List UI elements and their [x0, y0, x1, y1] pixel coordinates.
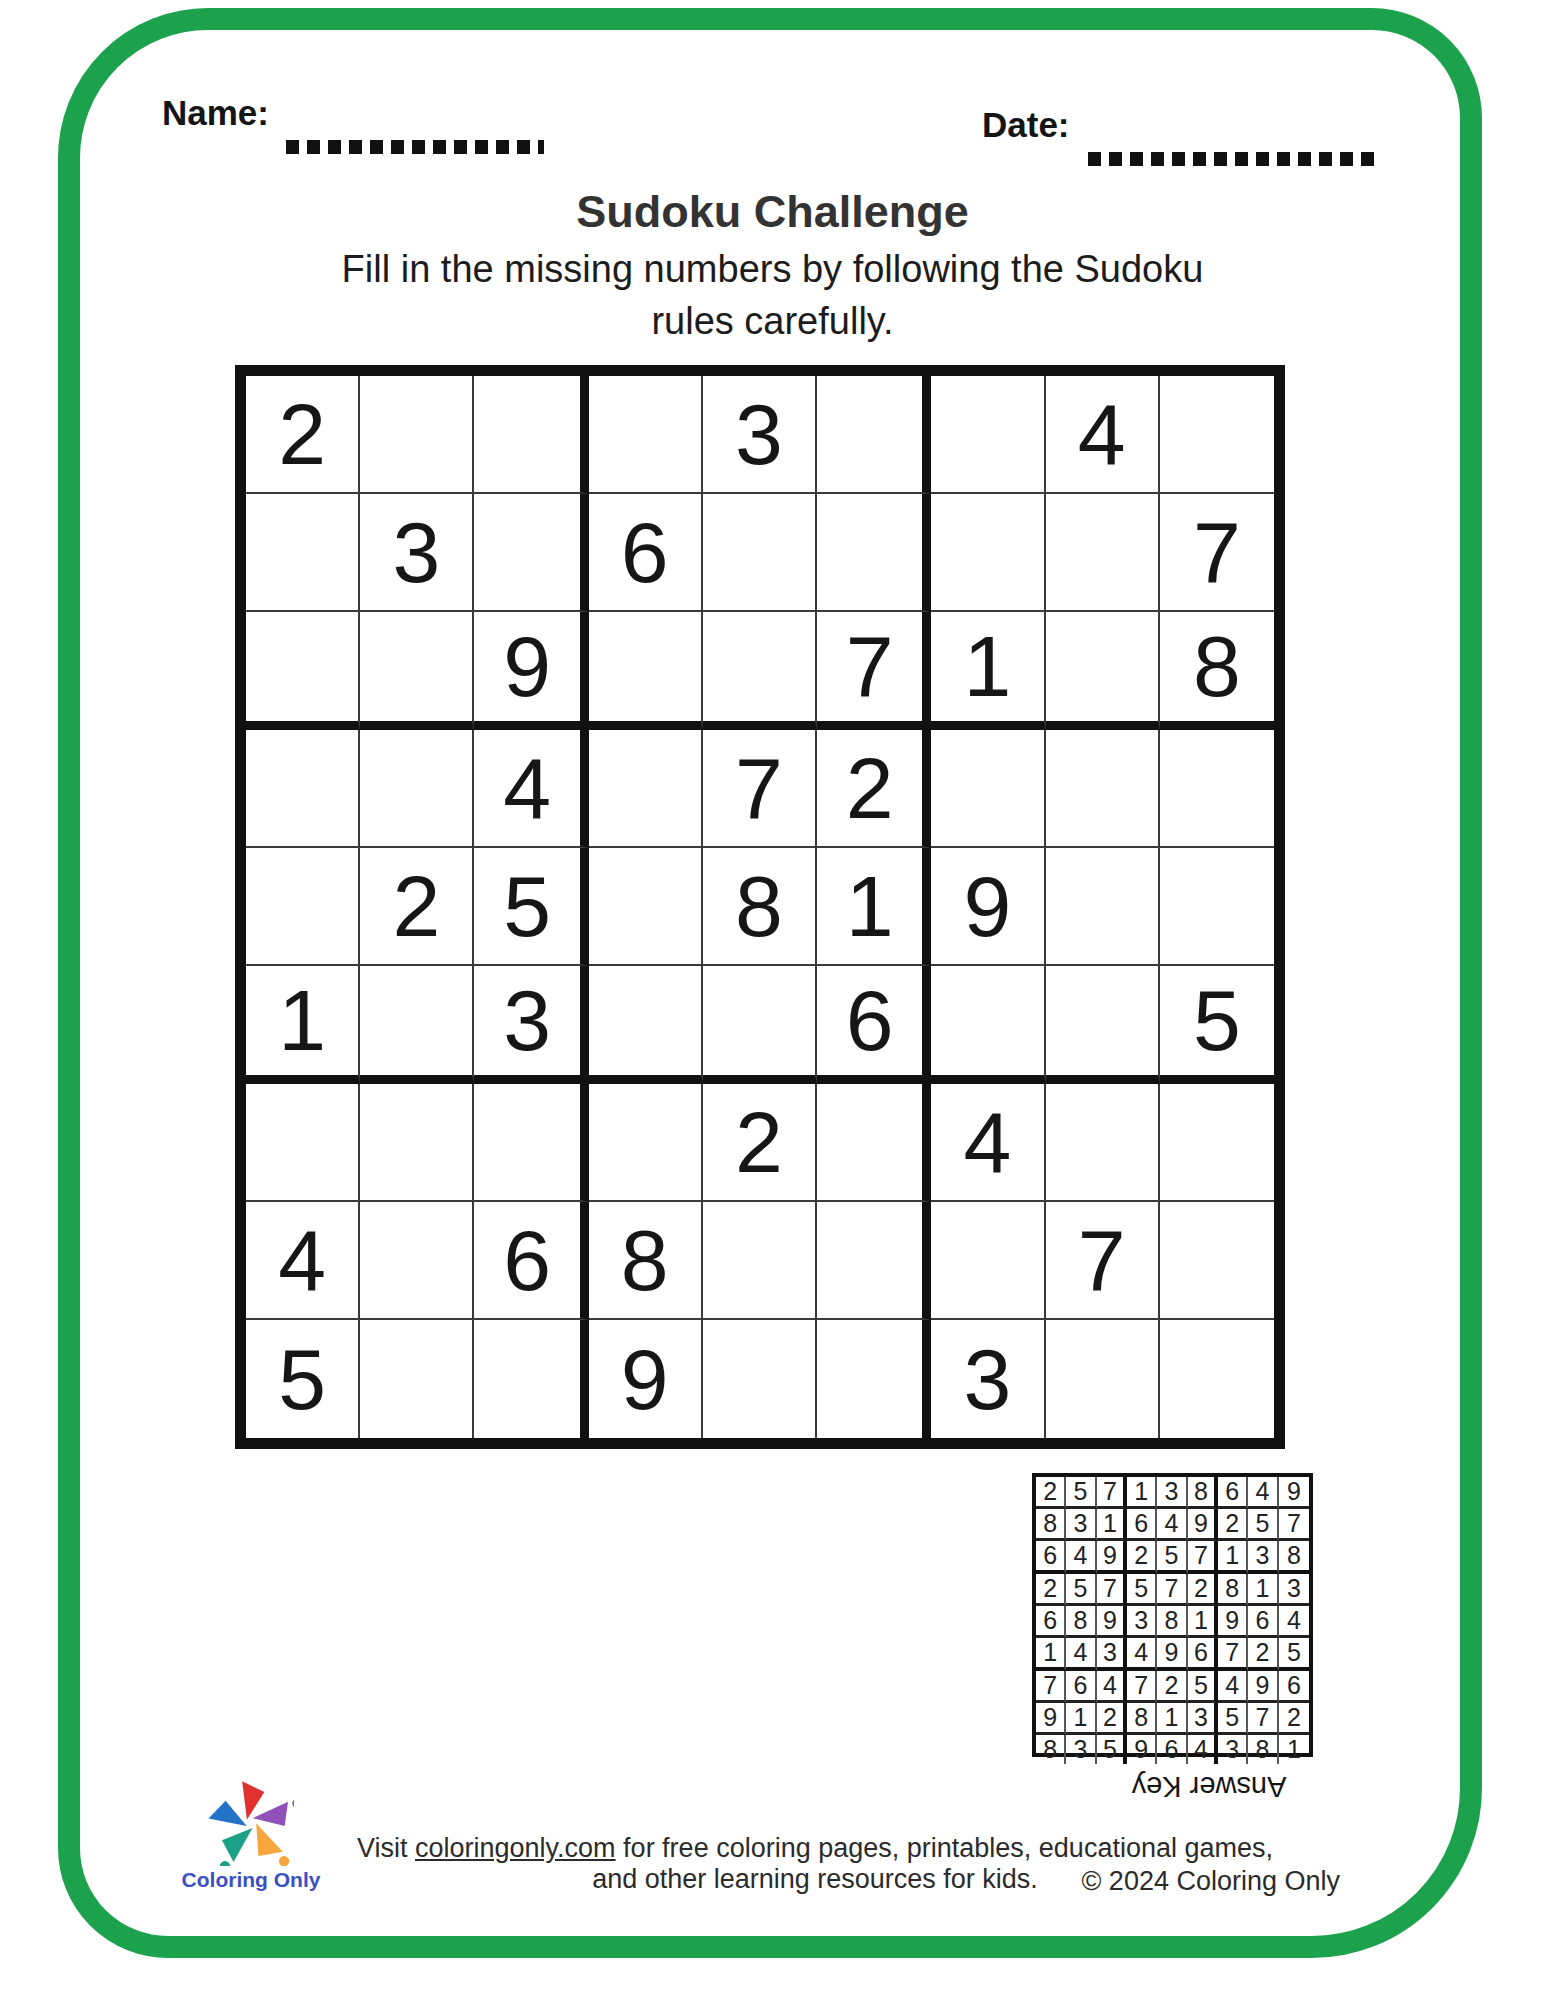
answer-cell-r9c5: 6: [1157, 1735, 1187, 1764]
puzzle-cell-r5c6: 1: [817, 848, 931, 966]
puzzle-cell-r2c5[interactable]: [703, 494, 817, 612]
puzzle-cell-r3c2[interactable]: [360, 612, 474, 730]
puzzle-cell-r3c8[interactable]: [1046, 612, 1160, 730]
answer-cell-r2c8: 5: [1248, 1509, 1278, 1541]
puzzle-cell-r7c6[interactable]: [817, 1084, 931, 1202]
answer-cell-r7c9: 6: [1279, 1671, 1309, 1703]
puzzle-cell-r4c4[interactable]: [589, 730, 703, 848]
puzzle-cell-r6c3: 3: [474, 966, 588, 1084]
puzzle-cell-r9c9[interactable]: [1160, 1320, 1274, 1438]
puzzle-cell-r6c5[interactable]: [703, 966, 817, 1084]
answer-cell-r6c1: 1: [1036, 1638, 1066, 1671]
puzzle-cell-r1c3[interactable]: [474, 376, 588, 494]
puzzle-cell-r8c8: 7: [1046, 1202, 1160, 1320]
puzzle-cell-r7c8[interactable]: [1046, 1084, 1160, 1202]
puzzle-cell-r4c3: 4: [474, 730, 588, 848]
answer-cell-r6c2: 4: [1066, 1638, 1096, 1671]
puzzle-cell-r5c1[interactable]: [246, 848, 360, 966]
puzzle-cell-r7c4[interactable]: [589, 1084, 703, 1202]
answer-cell-r3c6: 7: [1188, 1541, 1218, 1574]
puzzle-cell-r1c4[interactable]: [589, 376, 703, 494]
puzzle-cell-r2c4: 6: [589, 494, 703, 612]
puzzle-cell-r9c1: 5: [246, 1320, 360, 1438]
puzzle-cell-r4c7[interactable]: [931, 730, 1045, 848]
puzzle-cell-r2c1[interactable]: [246, 494, 360, 612]
puzzle-cell-r8c7[interactable]: [931, 1202, 1045, 1320]
answer-cell-r6c8: 2: [1248, 1638, 1278, 1671]
answer-cell-r2c3: 1: [1097, 1509, 1127, 1541]
answer-cell-r3c4: 2: [1127, 1541, 1157, 1574]
footer-copyright: © 2024 Coloring Only: [1000, 1866, 1340, 1897]
date-label: Date:: [982, 105, 1070, 145]
name-label: Name:: [162, 93, 269, 133]
puzzle-cell-r6c2[interactable]: [360, 966, 474, 1084]
answer-cell-r9c7: 3: [1218, 1735, 1248, 1764]
answer-cell-r6c9: 5: [1279, 1638, 1309, 1671]
coloringonly-link[interactable]: coloringonly.com: [415, 1833, 616, 1863]
coloring-only-logo-text: Coloring Only: [166, 1868, 336, 1892]
puzzle-cell-r7c7: 4: [931, 1084, 1045, 1202]
puzzle-cell-r4c8[interactable]: [1046, 730, 1160, 848]
answer-cell-r1c1: 2: [1036, 1477, 1066, 1509]
answer-cell-r5c3: 9: [1097, 1606, 1127, 1638]
answer-cell-r5c1: 6: [1036, 1606, 1066, 1638]
answer-cell-r4c8: 1: [1248, 1574, 1278, 1606]
puzzle-cell-r8c2[interactable]: [360, 1202, 474, 1320]
puzzle-cell-r9c3[interactable]: [474, 1320, 588, 1438]
answer-cell-r7c8: 9: [1248, 1671, 1278, 1703]
page-title: Sudoku Challenge: [0, 186, 1545, 238]
answer-cell-r7c7: 4: [1218, 1671, 1248, 1703]
answer-cell-r3c1: 6: [1036, 1541, 1066, 1574]
answer-cell-r4c7: 8: [1218, 1574, 1248, 1606]
puzzle-cell-r8c6[interactable]: [817, 1202, 931, 1320]
answer-cell-r5c4: 3: [1127, 1606, 1157, 1638]
answer-cell-r8c8: 7: [1248, 1703, 1278, 1735]
puzzle-cell-r1c6[interactable]: [817, 376, 931, 494]
answer-cell-r5c8: 6: [1248, 1606, 1278, 1638]
puzzle-cell-r2c7[interactable]: [931, 494, 1045, 612]
answer-cell-r7c2: 6: [1066, 1671, 1096, 1703]
answer-cell-r8c1: 9: [1036, 1703, 1066, 1735]
puzzle-cell-r4c2[interactable]: [360, 730, 474, 848]
puzzle-cell-r8c5[interactable]: [703, 1202, 817, 1320]
puzzle-cell-r8c9[interactable]: [1160, 1202, 1274, 1320]
answer-cell-r3c7: 1: [1218, 1541, 1248, 1574]
puzzle-cell-r7c5: 2: [703, 1084, 817, 1202]
answer-cell-r3c9: 8: [1279, 1541, 1309, 1574]
answer-cell-r8c5: 1: [1157, 1703, 1187, 1735]
puzzle-cell-r1c9[interactable]: [1160, 376, 1274, 494]
puzzle-cell-r4c6: 2: [817, 730, 931, 848]
answer-cell-r8c6: 3: [1188, 1703, 1218, 1735]
puzzle-cell-r6c4[interactable]: [589, 966, 703, 1084]
answer-cell-r8c7: 5: [1218, 1703, 1248, 1735]
answer-cell-r9c4: 9: [1127, 1735, 1157, 1764]
answer-cell-r2c6: 9: [1188, 1509, 1218, 1541]
puzzle-cell-r6c8[interactable]: [1046, 966, 1160, 1084]
answer-cell-r4c6: 2: [1188, 1574, 1218, 1606]
answer-cell-r6c4: 4: [1127, 1638, 1157, 1671]
answer-cell-r6c6: 6: [1188, 1638, 1218, 1671]
puzzle-cell-r3c1[interactable]: [246, 612, 360, 730]
answer-cell-r7c3: 4: [1097, 1671, 1127, 1703]
answer-cell-r9c9: 1: [1279, 1735, 1309, 1764]
answer-cell-r2c9: 7: [1279, 1509, 1309, 1541]
puzzle-cell-r9c4: 9: [589, 1320, 703, 1438]
puzzle-cell-r6c9: 5: [1160, 966, 1274, 1084]
answer-cell-r8c3: 2: [1097, 1703, 1127, 1735]
footer-visit-prefix: Visit: [357, 1833, 415, 1863]
answer-cell-r9c1: 8: [1036, 1735, 1066, 1764]
answer-cell-r3c8: 3: [1248, 1541, 1278, 1574]
puzzle-cell-r1c8: 4: [1046, 376, 1160, 494]
answer-cell-r2c2: 3: [1066, 1509, 1096, 1541]
puzzle-cell-r9c6[interactable]: [817, 1320, 931, 1438]
answer-cell-r2c1: 8: [1036, 1509, 1066, 1541]
puzzle-cell-r1c7[interactable]: [931, 376, 1045, 494]
answer-cell-r9c6: 4: [1188, 1735, 1218, 1764]
puzzle-cell-r9c2[interactable]: [360, 1320, 474, 1438]
puzzle-cell-r5c5: 8: [703, 848, 817, 966]
answer-cell-r4c2: 5: [1066, 1574, 1096, 1606]
sudoku-board[interactable]: 2343679718472258191365244687593: [235, 365, 1285, 1449]
puzzle-cell-r4c5: 7: [703, 730, 817, 848]
answer-cell-r8c9: 2: [1279, 1703, 1309, 1735]
answer-cell-r8c2: 1: [1066, 1703, 1096, 1735]
puzzle-cell-r1c1: 2: [246, 376, 360, 494]
puzzle-cell-r3c5[interactable]: [703, 612, 817, 730]
puzzle-cell-r5c7: 9: [931, 848, 1045, 966]
answer-cell-r4c5: 7: [1157, 1574, 1187, 1606]
answer-cell-r3c3: 9: [1097, 1541, 1127, 1574]
puzzle-cell-r9c7: 3: [931, 1320, 1045, 1438]
answer-cell-r7c5: 2: [1157, 1671, 1187, 1703]
puzzle-cell-r2c6[interactable]: [817, 494, 931, 612]
puzzle-cell-r2c9: 7: [1160, 494, 1274, 612]
answer-key-board: 2571386498316492576492571382575728136893…: [1032, 1473, 1313, 1757]
answer-cell-r3c5: 5: [1157, 1541, 1187, 1574]
answer-cell-r2c7: 2: [1218, 1509, 1248, 1541]
puzzle-cell-r3c7: 1: [931, 612, 1045, 730]
puzzle-cell-r9c5[interactable]: [703, 1320, 817, 1438]
answer-cell-r9c2: 3: [1066, 1735, 1096, 1764]
puzzle-cell-r7c2[interactable]: [360, 1084, 474, 1202]
answer-cell-r1c8: 4: [1248, 1477, 1278, 1509]
date-write-line[interactable]: [1088, 152, 1378, 166]
answer-cell-r1c5: 3: [1157, 1477, 1187, 1509]
puzzle-cell-r2c3[interactable]: [474, 494, 588, 612]
puzzle-cell-r4c9[interactable]: [1160, 730, 1274, 848]
answer-cell-r7c4: 7: [1127, 1671, 1157, 1703]
puzzle-cell-r3c4[interactable]: [589, 612, 703, 730]
answer-cell-r7c1: 7: [1036, 1671, 1066, 1703]
puzzle-cell-r7c1[interactable]: [246, 1084, 360, 1202]
puzzle-cell-r6c7[interactable]: [931, 966, 1045, 1084]
answer-cell-r8c4: 8: [1127, 1703, 1157, 1735]
name-write-line[interactable]: [286, 140, 544, 154]
puzzle-cell-r2c8[interactable]: [1046, 494, 1160, 612]
puzzle-cell-r5c9[interactable]: [1160, 848, 1274, 966]
answer-cell-r1c4: 1: [1127, 1477, 1157, 1509]
answer-cell-r1c9: 9: [1279, 1477, 1309, 1509]
answer-cell-r1c7: 6: [1218, 1477, 1248, 1509]
answer-cell-r4c9: 3: [1279, 1574, 1309, 1606]
puzzle-cell-r1c5: 3: [703, 376, 817, 494]
answer-cell-r3c2: 4: [1066, 1541, 1096, 1574]
answer-cell-r4c4: 5: [1127, 1574, 1157, 1606]
answer-cell-r6c5: 9: [1157, 1638, 1187, 1671]
answer-cell-r6c7: 7: [1218, 1638, 1248, 1671]
puzzle-cell-r7c9[interactable]: [1160, 1084, 1274, 1202]
puzzle-cell-r8c4: 8: [589, 1202, 703, 1320]
puzzle-cell-r3c6: 7: [817, 612, 931, 730]
answer-cell-r2c5: 4: [1157, 1509, 1187, 1541]
answer-cell-r9c3: 5: [1097, 1735, 1127, 1764]
answer-cell-r2c4: 6: [1127, 1509, 1157, 1541]
answer-key-label: Answer Key: [1069, 1770, 1349, 1803]
puzzle-cell-r3c9: 8: [1160, 612, 1274, 730]
puzzle-cell-r5c3: 5: [474, 848, 588, 966]
answer-cell-r6c3: 3: [1097, 1638, 1127, 1671]
puzzle-cell-r5c4[interactable]: [589, 848, 703, 966]
answer-cell-r5c9: 4: [1279, 1606, 1309, 1638]
answer-cell-r7c6: 5: [1188, 1671, 1218, 1703]
answer-cell-r1c3: 7: [1097, 1477, 1127, 1509]
answer-cell-r5c5: 8: [1157, 1606, 1187, 1638]
answer-cell-r5c6: 1: [1188, 1606, 1218, 1638]
answer-cell-r5c2: 8: [1066, 1606, 1096, 1638]
puzzle-cell-r8c1: 4: [246, 1202, 360, 1320]
puzzle-cell-r3c3: 9: [474, 612, 588, 730]
puzzle-cell-r8c3: 6: [474, 1202, 588, 1320]
answer-cell-r4c1: 2: [1036, 1574, 1066, 1606]
puzzle-cell-r5c2: 2: [360, 848, 474, 966]
puzzle-cell-r6c1: 1: [246, 966, 360, 1084]
coloring-only-logo-icon: [208, 1780, 294, 1866]
answer-cell-r4c3: 7: [1097, 1574, 1127, 1606]
puzzle-cell-r4c1[interactable]: [246, 730, 360, 848]
answer-cell-r1c2: 5: [1066, 1477, 1096, 1509]
puzzle-cell-r5c8[interactable]: [1046, 848, 1160, 966]
puzzle-cell-r2c2: 3: [360, 494, 474, 612]
puzzle-cell-r1c2[interactable]: [360, 376, 474, 494]
puzzle-cell-r7c3[interactable]: [474, 1084, 588, 1202]
page-subtitle: Fill in the missing numbers by following…: [320, 243, 1225, 347]
answer-cell-r1c6: 8: [1188, 1477, 1218, 1509]
puzzle-cell-r6c6: 6: [817, 966, 931, 1084]
answer-cell-r9c8: 8: [1248, 1735, 1278, 1764]
answer-cell-r5c7: 9: [1218, 1606, 1248, 1638]
puzzle-cell-r9c8[interactable]: [1046, 1320, 1160, 1438]
